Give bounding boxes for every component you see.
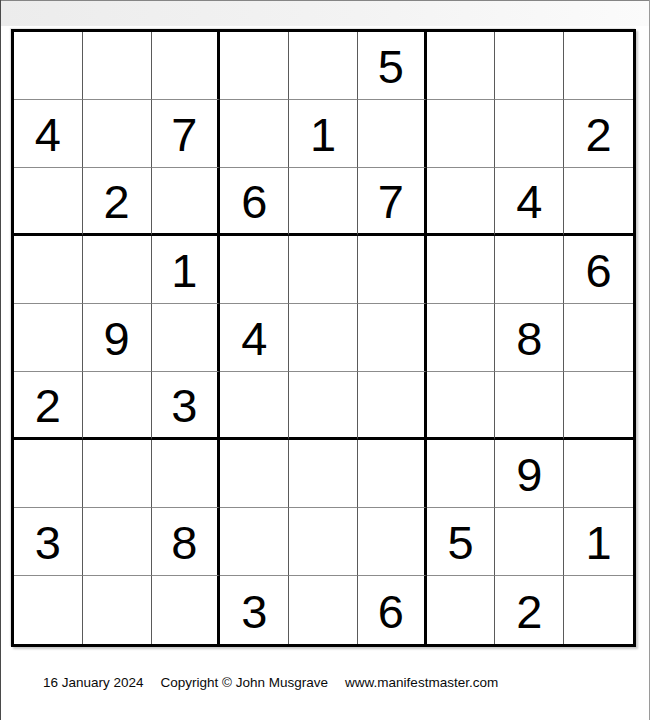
cell-r3c7 bbox=[427, 168, 496, 236]
cell-r4c7 bbox=[427, 236, 496, 304]
given-digit-r8c7: 5 bbox=[427, 508, 496, 576]
cell-r6c7 bbox=[427, 372, 496, 440]
cell-r9c7 bbox=[427, 576, 496, 644]
cell-r7c5 bbox=[289, 440, 358, 508]
cell-r8c4 bbox=[220, 508, 289, 576]
given-digit-r2c9: 2 bbox=[564, 100, 633, 168]
cell-r1c5 bbox=[289, 32, 358, 100]
cell-r9c9 bbox=[564, 576, 633, 644]
cell-r4c8 bbox=[495, 236, 564, 304]
cell-r4c6 bbox=[358, 236, 427, 304]
given-digit-r9c4: 3 bbox=[220, 576, 289, 644]
sudoku-board: 547122674169482393851362 bbox=[11, 29, 636, 647]
cell-r5c7 bbox=[427, 304, 496, 372]
cell-r7c1 bbox=[14, 440, 83, 508]
cell-r2c4 bbox=[220, 100, 289, 168]
given-digit-r9c8: 2 bbox=[495, 576, 564, 644]
cell-r4c2 bbox=[83, 236, 152, 304]
given-digit-r6c3: 3 bbox=[152, 372, 221, 440]
cell-r2c6 bbox=[358, 100, 427, 168]
cell-r1c3 bbox=[152, 32, 221, 100]
given-digit-r1c6: 5 bbox=[358, 32, 427, 100]
cell-r5c9 bbox=[564, 304, 633, 372]
given-digit-r8c9: 1 bbox=[564, 508, 633, 576]
cell-r2c8 bbox=[495, 100, 564, 168]
cell-r4c4 bbox=[220, 236, 289, 304]
cell-r8c6 bbox=[358, 508, 427, 576]
cell-r5c1 bbox=[14, 304, 83, 372]
cell-r5c6 bbox=[358, 304, 427, 372]
given-digit-r2c3: 7 bbox=[152, 100, 221, 168]
cell-r8c2 bbox=[83, 508, 152, 576]
cell-r3c9 bbox=[564, 168, 633, 236]
given-digit-r3c2: 2 bbox=[83, 168, 152, 236]
given-digit-r5c4: 4 bbox=[220, 304, 289, 372]
given-digit-r3c6: 7 bbox=[358, 168, 427, 236]
cell-r7c4 bbox=[220, 440, 289, 508]
cell-r4c5 bbox=[289, 236, 358, 304]
cell-r3c5 bbox=[289, 168, 358, 236]
cell-r7c7 bbox=[427, 440, 496, 508]
given-digit-r7c8: 9 bbox=[495, 440, 564, 508]
cell-r9c2 bbox=[83, 576, 152, 644]
top-strip bbox=[1, 0, 649, 26]
cell-r1c9 bbox=[564, 32, 633, 100]
cell-r4c1 bbox=[14, 236, 83, 304]
footer: 16 January 2024Copyright © John Musgrave… bbox=[43, 675, 498, 690]
given-digit-r9c6: 6 bbox=[358, 576, 427, 644]
cell-r6c6 bbox=[358, 372, 427, 440]
cell-r2c7 bbox=[427, 100, 496, 168]
cell-r6c4 bbox=[220, 372, 289, 440]
given-digit-r4c9: 6 bbox=[564, 236, 633, 304]
given-digit-r6c1: 2 bbox=[14, 372, 83, 440]
cell-r3c3 bbox=[152, 168, 221, 236]
cell-r1c4 bbox=[220, 32, 289, 100]
given-digit-r3c8: 4 bbox=[495, 168, 564, 236]
given-digit-r5c2: 9 bbox=[83, 304, 152, 372]
cell-r6c2 bbox=[83, 372, 152, 440]
cell-r6c8 bbox=[495, 372, 564, 440]
given-digit-r5c8: 8 bbox=[495, 304, 564, 372]
cell-r7c2 bbox=[83, 440, 152, 508]
cell-r7c3 bbox=[152, 440, 221, 508]
given-digit-r4c3: 1 bbox=[152, 236, 221, 304]
given-digit-r8c1: 3 bbox=[14, 508, 83, 576]
cell-r8c5 bbox=[289, 508, 358, 576]
cell-r9c5 bbox=[289, 576, 358, 644]
footer-copyright: Copyright © John Musgrave bbox=[161, 675, 329, 690]
cell-r9c3 bbox=[152, 576, 221, 644]
cell-r1c7 bbox=[427, 32, 496, 100]
cell-r8c8 bbox=[495, 508, 564, 576]
cell-r1c8 bbox=[495, 32, 564, 100]
footer-date: 16 January 2024 bbox=[43, 675, 144, 690]
cell-r6c9 bbox=[564, 372, 633, 440]
footer-website: www.manifestmaster.com bbox=[345, 675, 498, 690]
given-digit-r8c3: 8 bbox=[152, 508, 221, 576]
page: { "game": "sudoku", "position": "0000050… bbox=[0, 0, 650, 720]
cell-r9c1 bbox=[14, 576, 83, 644]
cell-r3c1 bbox=[14, 168, 83, 236]
cell-r5c3 bbox=[152, 304, 221, 372]
cell-r7c9 bbox=[564, 440, 633, 508]
cell-r5c5 bbox=[289, 304, 358, 372]
cell-r1c1 bbox=[14, 32, 83, 100]
given-digit-r3c4: 6 bbox=[220, 168, 289, 236]
cell-r1c2 bbox=[83, 32, 152, 100]
given-digit-r2c5: 1 bbox=[289, 100, 358, 168]
cell-r2c2 bbox=[83, 100, 152, 168]
given-digit-r2c1: 4 bbox=[14, 100, 83, 168]
cell-r6c5 bbox=[289, 372, 358, 440]
cell-r7c6 bbox=[358, 440, 427, 508]
